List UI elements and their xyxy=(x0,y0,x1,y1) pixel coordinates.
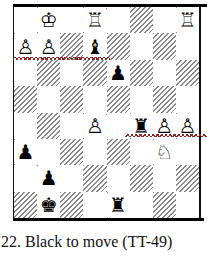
square-g8 xyxy=(153,7,176,33)
square-e5 xyxy=(107,86,130,112)
square-d6 xyxy=(83,60,106,86)
white-rook: ♖ xyxy=(178,10,196,30)
square-d8: ♖ xyxy=(83,7,106,33)
square-b1: ♚ xyxy=(37,192,60,218)
square-a3: ♟ xyxy=(14,139,37,165)
white-pawn: ♙ xyxy=(17,37,35,57)
square-c2 xyxy=(60,165,83,191)
square-h7 xyxy=(176,33,199,59)
bottom-rule xyxy=(13,218,204,221)
black-rook: ♜ xyxy=(109,195,127,215)
square-d2 xyxy=(83,165,106,191)
square-c8 xyxy=(60,7,83,33)
square-h8: ♖ xyxy=(176,7,199,33)
square-b3 xyxy=(37,139,60,165)
square-f8 xyxy=(130,7,153,33)
square-f6 xyxy=(130,60,153,86)
square-g1 xyxy=(153,192,176,218)
square-b6 xyxy=(37,60,60,86)
square-a5 xyxy=(14,86,37,112)
square-a8 xyxy=(14,7,37,33)
square-a6 xyxy=(14,60,37,86)
square-g7 xyxy=(153,33,176,59)
diagram-caption: 22. Black to move (TT-49) xyxy=(1,233,206,251)
square-d3 xyxy=(83,139,106,165)
square-f7 xyxy=(130,33,153,59)
square-h5 xyxy=(176,86,199,112)
square-a4 xyxy=(14,113,37,139)
black-pawn: ♟ xyxy=(40,168,58,188)
white-pawn: ♙ xyxy=(155,116,173,136)
square-f1 xyxy=(130,192,153,218)
red-squiggle-under-a7-d7 xyxy=(13,57,110,60)
square-d4: ♙ xyxy=(83,113,106,139)
square-c7 xyxy=(60,33,83,59)
square-e2 xyxy=(107,165,130,191)
square-e8 xyxy=(107,7,130,33)
square-b5 xyxy=(37,86,60,112)
square-d7: ♝ xyxy=(83,33,106,59)
white-rook: ♖ xyxy=(86,10,104,30)
square-g3: ♘ xyxy=(153,139,176,165)
white-king: ♔ xyxy=(40,10,58,30)
square-f3 xyxy=(130,139,153,165)
square-e1: ♜ xyxy=(107,192,130,218)
black-rook: ♜ xyxy=(132,116,150,136)
square-d1 xyxy=(83,192,106,218)
square-g5 xyxy=(153,86,176,112)
square-c6 xyxy=(60,60,83,86)
square-h2 xyxy=(176,165,199,191)
white-knight: ♘ xyxy=(155,142,173,162)
red-squiggle-under-f4-h4 xyxy=(125,134,207,137)
black-pawn: ♟ xyxy=(17,142,35,162)
black-king: ♚ xyxy=(40,195,58,215)
square-b8: ♔ xyxy=(37,7,60,33)
square-c1 xyxy=(60,192,83,218)
square-h3 xyxy=(176,139,199,165)
white-pawn: ♙ xyxy=(40,37,58,57)
square-g2 xyxy=(153,165,176,191)
square-f5 xyxy=(130,86,153,112)
chess-diagram-page: ♔♖♖♙♙♝♟♙♜♙♙♟♘♟♚♜ 22. Black to move (TT-4… xyxy=(0,0,207,256)
black-pawn: ♟ xyxy=(109,63,127,83)
square-c4 xyxy=(60,113,83,139)
square-e7 xyxy=(107,33,130,59)
square-e3 xyxy=(107,139,130,165)
square-e6: ♟ xyxy=(107,60,130,86)
square-g6 xyxy=(153,60,176,86)
black-bishop: ♝ xyxy=(86,37,104,57)
square-a1 xyxy=(14,192,37,218)
square-c5 xyxy=(60,86,83,112)
square-a7: ♙ xyxy=(14,33,37,59)
white-pawn: ♙ xyxy=(178,116,196,136)
white-pawn: ♙ xyxy=(86,116,104,136)
square-f2 xyxy=(130,165,153,191)
square-b7: ♙ xyxy=(37,33,60,59)
square-b4 xyxy=(37,113,60,139)
square-h1 xyxy=(176,192,199,218)
square-d5 xyxy=(83,86,106,112)
square-h6 xyxy=(176,60,199,86)
square-a2 xyxy=(14,165,37,191)
chess-board: ♔♖♖♙♙♝♟♙♜♙♙♟♘♟♚♜ xyxy=(13,7,201,218)
square-c3 xyxy=(60,139,83,165)
square-b2: ♟ xyxy=(37,165,60,191)
